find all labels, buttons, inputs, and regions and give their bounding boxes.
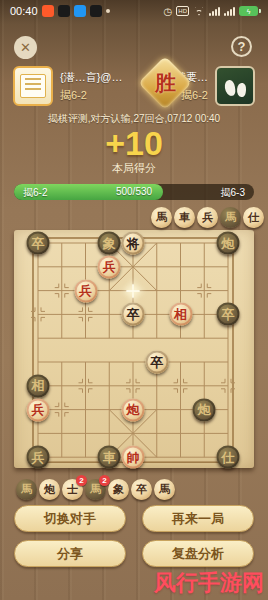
board-piece-hidden[interactable]: 兵 [27, 446, 50, 469]
board-piece-black[interactable]: 将 [122, 232, 145, 255]
review-analysis-button[interactable]: 复盘分析 [142, 540, 254, 567]
captured-piece: 馬 [151, 207, 172, 228]
wifi-icon [193, 7, 205, 16]
captured-piece: 炮 [39, 479, 60, 500]
board-grid [14, 230, 254, 468]
notification-dot-icon [106, 9, 110, 13]
score-value: +10 [0, 124, 268, 163]
app-icon [42, 5, 54, 17]
share-button[interactable]: 分享 [14, 540, 126, 567]
captured-pieces-tray-top: 馬車兵馬仕 [151, 207, 264, 228]
battery-icon: ϟ [239, 6, 258, 16]
board-piece-red[interactable]: 兵 [27, 398, 50, 421]
board-piece-black[interactable]: 卒 [122, 303, 145, 326]
hd-icon: HD [176, 6, 189, 16]
board-piece-hidden[interactable]: 仕 [217, 446, 240, 469]
goose-image [236, 83, 246, 98]
captured-piece: 馬 [16, 479, 37, 500]
status-bar: 00:40 ◷ HD ϟ [0, 0, 268, 22]
right-player-rating: 揭6-2 [181, 88, 208, 103]
captured-piece: 仕 [243, 207, 264, 228]
certificate-image [20, 74, 46, 98]
board-piece-hidden[interactable]: 炮 [217, 232, 240, 255]
captured-piece: 士2 [62, 479, 83, 500]
players-row: {潜…盲}@… 揭6-2 胜 活着就要… 揭6-2 [0, 64, 268, 110]
right-player-avatar[interactable] [215, 66, 255, 106]
board-piece-black[interactable]: 卒 [145, 351, 168, 374]
captured-piece: 卒 [131, 479, 152, 500]
captured-piece: 象 [108, 479, 129, 500]
captured-pieces-tray-bottom: 馬炮士2馬2象卒馬 [16, 479, 175, 500]
rank-progress-bar: 揭6-2 500/530 揭6-3 [14, 184, 254, 200]
board-piece-hidden[interactable]: 象 [98, 232, 121, 255]
board-piece-hidden[interactable]: 炮 [193, 398, 216, 421]
switch-opponent-button[interactable]: 切换对手 [14, 505, 126, 532]
board-piece-red[interactable]: 帥 [122, 446, 145, 469]
watermark-text: 风行手游网 [154, 568, 264, 598]
left-player-name: {潜…盲}@… [60, 70, 123, 85]
left-player-rating: 揭6-2 [60, 88, 87, 103]
captured-piece: 馬 [220, 207, 241, 228]
progress-value: 500/530 [14, 186, 254, 197]
progress-next-rank: 揭6-3 [221, 186, 245, 200]
board-piece-hidden[interactable]: 車 [98, 446, 121, 469]
app-icon [90, 5, 102, 17]
board-piece-hidden[interactable]: 卒 [217, 303, 240, 326]
app-icon [74, 5, 86, 17]
clock-time: 00:40 [10, 5, 38, 17]
play-again-button[interactable]: 再来一局 [142, 505, 254, 532]
help-button[interactable]: ? [231, 36, 252, 57]
alarm-icon: ◷ [164, 6, 173, 17]
signal-icon [209, 7, 220, 16]
app-screen: 00:40 ◷ HD ϟ ✕ ? {潜…盲}@… 揭6-2 胜 活着就要… [0, 0, 268, 600]
goose-image [224, 79, 236, 96]
board-piece-red[interactable]: 相 [169, 303, 192, 326]
score-label: 本局得分 [0, 161, 268, 176]
close-button[interactable]: ✕ [14, 36, 37, 59]
board-piece-red[interactable]: 兵 [98, 255, 121, 278]
left-player-avatar[interactable] [13, 66, 53, 106]
signal-icon [224, 7, 235, 16]
app-icon [58, 5, 70, 17]
board-piece-hidden[interactable]: 相 [27, 374, 50, 397]
board-piece-red[interactable]: 炮 [122, 398, 145, 421]
xiangqi-board[interactable]: 卒象将炮兵兵卒相卒卒相兵炮炮兵車帥仕 [14, 230, 254, 468]
captured-piece: 車 [174, 207, 195, 228]
board-piece-hidden[interactable]: 卒 [27, 232, 50, 255]
captured-piece: 馬 [154, 479, 175, 500]
captured-piece: 馬2 [85, 479, 106, 500]
board-piece-red[interactable]: 兵 [74, 279, 97, 302]
captured-piece: 兵 [197, 207, 218, 228]
